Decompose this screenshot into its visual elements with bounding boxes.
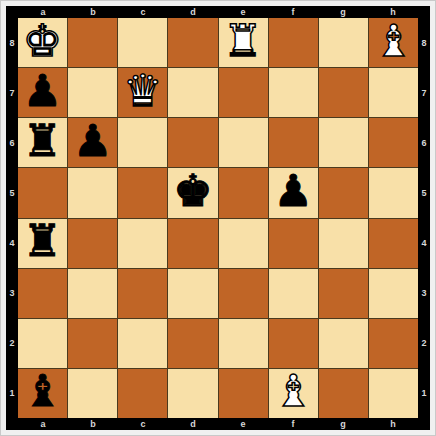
piece-white-king-a8[interactable]: ♚ [23, 19, 62, 63]
piece-black-pawn-a7[interactable]: ♟ [23, 69, 62, 113]
square-c1[interactable] [118, 369, 167, 418]
rank-label-7-right: 7 [418, 68, 430, 118]
square-e7[interactable] [219, 68, 268, 117]
square-f8[interactable] [269, 18, 318, 67]
square-a5[interactable] [18, 168, 67, 217]
square-c2[interactable] [118, 319, 167, 368]
square-c5[interactable] [118, 168, 167, 217]
file-label-g-bottom: g [318, 418, 368, 430]
square-g7[interactable] [319, 68, 368, 117]
square-c8[interactable] [118, 18, 167, 67]
square-h4[interactable] [369, 219, 418, 268]
square-b5[interactable] [68, 168, 117, 217]
square-g6[interactable] [319, 118, 368, 167]
rank-labels-left: 87654321 [6, 18, 18, 418]
file-label-d-bottom: d [168, 418, 218, 430]
square-b7[interactable] [68, 68, 117, 117]
file-label-b-top: b [68, 6, 118, 18]
file-label-g-top: g [318, 6, 368, 18]
file-label-e-bottom: e [218, 418, 268, 430]
square-a3[interactable] [18, 269, 67, 318]
square-g2[interactable] [319, 319, 368, 368]
board-frame: abcdefgh abcdefgh 87654321 87654321 ♚♜♝♟… [6, 6, 430, 430]
rank-label-8-left: 8 [6, 18, 18, 68]
square-g3[interactable] [319, 269, 368, 318]
piece-black-rook-a6[interactable]: ♜ [23, 119, 62, 163]
piece-black-pawn-b6[interactable]: ♟ [73, 119, 112, 163]
square-a2[interactable] [18, 319, 67, 368]
square-e8[interactable]: ♜ [219, 18, 268, 67]
square-d6[interactable] [168, 118, 217, 167]
file-label-f-top: f [268, 6, 318, 18]
square-d7[interactable] [168, 68, 217, 117]
square-b6[interactable]: ♟ [68, 118, 117, 167]
square-b3[interactable] [68, 269, 117, 318]
square-h7[interactable] [369, 68, 418, 117]
rank-label-5-right: 5 [418, 168, 430, 218]
rank-labels-right: 87654321 [418, 18, 430, 418]
square-d3[interactable] [168, 269, 217, 318]
square-b1[interactable] [68, 369, 117, 418]
square-d2[interactable] [168, 319, 217, 368]
file-label-c-bottom: c [118, 418, 168, 430]
rank-label-7-left: 7 [6, 68, 18, 118]
board: ♚♜♝♟♛♜♟♚♟♜♝♝ [18, 18, 418, 418]
square-b2[interactable] [68, 319, 117, 368]
square-a6[interactable]: ♜ [18, 118, 67, 167]
file-label-f-bottom: f [268, 418, 318, 430]
square-e3[interactable] [219, 269, 268, 318]
square-c7[interactable]: ♛ [118, 68, 167, 117]
file-label-d-top: d [168, 6, 218, 18]
square-c3[interactable] [118, 269, 167, 318]
file-label-a-bottom: a [18, 418, 68, 430]
file-labels-top: abcdefgh [18, 6, 418, 18]
rank-label-2-right: 2 [418, 318, 430, 368]
rank-label-3-right: 3 [418, 268, 430, 318]
square-g1[interactable] [319, 369, 368, 418]
square-h3[interactable] [369, 269, 418, 318]
piece-black-pawn-f5[interactable]: ♟ [273, 169, 312, 213]
square-a4[interactable]: ♜ [18, 219, 67, 268]
file-label-c-top: c [118, 6, 168, 18]
piece-black-bishop-a1[interactable]: ♝ [23, 369, 62, 413]
piece-white-rook-e8[interactable]: ♜ [223, 19, 262, 63]
square-g5[interactable] [319, 168, 368, 217]
square-e2[interactable] [219, 319, 268, 368]
square-f3[interactable] [269, 269, 318, 318]
square-b4[interactable] [68, 219, 117, 268]
rank-label-2-left: 2 [6, 318, 18, 368]
rank-label-1-right: 1 [418, 368, 430, 418]
square-f4[interactable] [269, 219, 318, 268]
square-d1[interactable] [168, 369, 217, 418]
square-h8[interactable]: ♝ [369, 18, 418, 67]
square-e4[interactable] [219, 219, 268, 268]
square-b8[interactable] [68, 18, 117, 67]
rank-label-1-left: 1 [6, 368, 18, 418]
square-a7[interactable]: ♟ [18, 68, 67, 117]
rank-label-4-left: 4 [6, 218, 18, 268]
square-h1[interactable] [369, 369, 418, 418]
square-c4[interactable] [118, 219, 167, 268]
square-h5[interactable] [369, 168, 418, 217]
piece-black-king-d5[interactable]: ♚ [173, 169, 212, 213]
rank-label-5-left: 5 [6, 168, 18, 218]
square-h2[interactable] [369, 319, 418, 368]
square-g8[interactable] [319, 18, 368, 67]
square-g4[interactable] [319, 219, 368, 268]
square-f1[interactable]: ♝ [269, 369, 318, 418]
square-f7[interactable] [269, 68, 318, 117]
chessboard-page: abcdefgh abcdefgh 87654321 87654321 ♚♜♝♟… [0, 0, 436, 436]
square-c6[interactable] [118, 118, 167, 167]
square-h6[interactable] [369, 118, 418, 167]
rank-label-3-left: 3 [6, 268, 18, 318]
square-a1[interactable]: ♝ [18, 369, 67, 418]
piece-white-queen-c7[interactable]: ♛ [123, 69, 162, 113]
square-d8[interactable] [168, 18, 217, 67]
file-labels-bottom: abcdefgh [18, 418, 418, 430]
square-d5[interactable]: ♚ [168, 168, 217, 217]
rank-label-4-right: 4 [418, 218, 430, 268]
square-f6[interactable] [269, 118, 318, 167]
rank-label-8-right: 8 [418, 18, 430, 68]
piece-black-rook-a4[interactable]: ♜ [23, 219, 62, 263]
rank-label-6-right: 6 [418, 118, 430, 168]
rank-label-6-left: 6 [6, 118, 18, 168]
square-f5[interactable]: ♟ [269, 168, 318, 217]
piece-white-bishop-f1[interactable]: ♝ [273, 369, 312, 413]
square-e1[interactable] [219, 369, 268, 418]
square-f2[interactable] [269, 319, 318, 368]
file-label-b-bottom: b [68, 418, 118, 430]
piece-white-bishop-h8[interactable]: ♝ [374, 19, 413, 63]
square-a8[interactable]: ♚ [18, 18, 67, 67]
square-d4[interactable] [168, 219, 217, 268]
square-e5[interactable] [219, 168, 268, 217]
square-e6[interactable] [219, 118, 268, 167]
file-label-h-bottom: h [368, 418, 418, 430]
